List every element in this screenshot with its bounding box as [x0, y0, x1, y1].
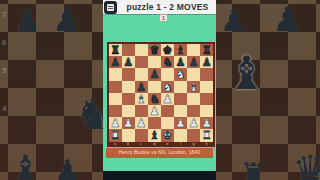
puzzle-panel: puzzle 1 - 2 MOVES 1 ♜♛♚♝♜♟♟♞♟♟♟♟♞♟♞♝♝♞♟…	[103, 0, 216, 180]
square-a1[interactable]: ♜	[109, 129, 122, 141]
square-d1[interactable]: ♝	[148, 129, 161, 141]
black-pawn[interactable]: ♟	[188, 56, 198, 68]
file-label-b: b	[122, 142, 135, 146]
background-rank-label: 6	[2, 38, 6, 47]
square-b2[interactable]: ♟	[122, 117, 135, 129]
white-rook[interactable]: ♜	[202, 129, 212, 141]
square-c4[interactable]: ♝	[135, 93, 148, 105]
background-pawn-icon: ♟	[52, 4, 81, 36]
square-c5[interactable]: ♟	[135, 81, 148, 93]
white-bishop[interactable]: ♝	[136, 93, 146, 105]
black-pawn[interactable]: ♟	[110, 56, 120, 68]
white-pawn[interactable]: ♟	[188, 117, 198, 129]
square-f1[interactable]	[174, 129, 187, 141]
white-pawn[interactable]: ♟	[162, 93, 172, 105]
square-d6[interactable]: ♟	[148, 68, 161, 80]
black-pawn[interactable]: ♟	[123, 56, 133, 68]
square-e3[interactable]	[161, 105, 174, 117]
board-list-icon	[104, 1, 117, 14]
file-label-a: a	[109, 142, 122, 146]
background-queen-icon: ♛	[292, 150, 320, 180]
square-e6[interactable]	[161, 68, 174, 80]
file-label-e: e	[161, 142, 174, 146]
file-labels: abcdefgh	[109, 142, 214, 146]
square-h5[interactable]	[200, 81, 213, 93]
square-c1[interactable]	[135, 129, 148, 141]
puzzle-header: puzzle 1 - 2 MOVES	[103, 0, 216, 14]
white-pawn[interactable]: ♟	[175, 117, 185, 129]
white-bishop[interactable]: ♝	[188, 81, 198, 93]
square-c2[interactable]: ♟	[135, 117, 148, 129]
file-label-d: d	[148, 142, 161, 146]
background-rank-label: 5	[2, 66, 6, 75]
square-b5[interactable]	[122, 81, 135, 93]
square-g6[interactable]	[187, 68, 200, 80]
square-d5[interactable]	[148, 81, 161, 93]
square-b4[interactable]	[122, 93, 135, 105]
background-rank-label: 7	[2, 10, 6, 19]
square-h4[interactable]	[200, 93, 213, 105]
black-knight[interactable]: ♞	[162, 56, 172, 68]
square-a7[interactable]: ♟	[109, 56, 122, 68]
bottom-strip	[103, 171, 216, 180]
square-h7[interactable]: ♟	[200, 56, 213, 68]
square-f6[interactable]: ♞	[174, 68, 187, 80]
background-bishop-icon: ♝	[226, 50, 267, 96]
square-h1[interactable]: ♜	[200, 129, 213, 141]
square-c7[interactable]	[135, 56, 148, 68]
background-pawn-icon: ♟	[272, 2, 302, 36]
square-a4[interactable]	[109, 93, 122, 105]
game-caption: Henry Buckle vs NN, London, 1840	[106, 148, 213, 158]
background-pawn-icon: ♟	[220, 6, 247, 36]
black-pawn[interactable]: ♟	[202, 56, 212, 68]
background-rank-label: 4	[2, 104, 6, 113]
square-h6[interactable]	[200, 68, 213, 80]
white-knight[interactable]: ♞	[175, 68, 185, 80]
white-pawn[interactable]: ♟	[123, 117, 133, 129]
file-label-g: g	[187, 142, 200, 146]
square-c6[interactable]	[135, 68, 148, 80]
video-frame: ♟♟♞♝♟♟♟♝♜♛ 7654 puzzle 1 - 2 MOVES 1 ♜♛♚…	[0, 0, 320, 180]
square-g2[interactable]: ♟	[187, 117, 200, 129]
square-g4[interactable]	[187, 93, 200, 105]
white-pawn[interactable]: ♟	[149, 105, 159, 117]
square-a6[interactable]	[109, 68, 122, 80]
square-e7[interactable]: ♞	[161, 56, 174, 68]
square-e1[interactable]: ♚	[161, 129, 174, 141]
square-b1[interactable]	[122, 129, 135, 141]
square-b7[interactable]: ♟	[122, 56, 135, 68]
white-rook[interactable]: ♜	[110, 129, 120, 141]
file-label-f: f	[174, 142, 187, 146]
black-queen[interactable]: ♛	[149, 44, 159, 56]
black-pawn[interactable]: ♟	[149, 68, 159, 80]
square-e5[interactable]: ♞	[161, 81, 174, 93]
black-pawn[interactable]: ♟	[136, 81, 146, 93]
square-f4[interactable]	[174, 93, 187, 105]
file-label-h: h	[200, 142, 213, 146]
chess-board[interactable]: ♜♛♚♝♜♟♟♞♟♟♟♟♞♟♞♝♝♞♟♟♟♟♟♟♟♟♜♝♚♜ abcdefgh	[107, 42, 216, 147]
square-f2[interactable]: ♟	[174, 117, 187, 129]
background-rook-icon: ♜	[238, 158, 268, 180]
square-c8[interactable]	[135, 44, 148, 56]
background-pawn-icon: ♟	[54, 156, 81, 180]
move-number-badge: 1	[159, 14, 168, 22]
white-knight[interactable]: ♞	[162, 81, 172, 93]
square-a5[interactable]	[109, 81, 122, 93]
background-pawn-icon: ♟	[14, 6, 41, 36]
square-f5[interactable]	[174, 81, 187, 93]
white-pawn[interactable]: ♟	[136, 117, 146, 129]
black-bishop[interactable]: ♝	[149, 129, 159, 141]
square-d3[interactable]: ♟	[148, 105, 161, 117]
board-grid: ♜♛♚♝♜♟♟♞♟♟♟♟♞♟♞♝♝♞♟♟♟♟♟♟♟♟♜♝♚♜	[109, 44, 214, 142]
square-b6[interactable]	[122, 68, 135, 80]
puzzle-title: puzzle 1 - 2 MOVES	[119, 0, 216, 14]
square-g5[interactable]: ♝	[187, 81, 200, 93]
square-e4[interactable]: ♟	[161, 93, 174, 105]
square-g7[interactable]: ♟	[187, 56, 200, 68]
background-bishop-icon: ♝	[10, 150, 40, 180]
square-g1[interactable]	[187, 129, 200, 141]
white-king[interactable]: ♚	[162, 129, 172, 141]
square-d8[interactable]: ♛	[148, 44, 161, 56]
file-label-c: c	[135, 142, 148, 146]
